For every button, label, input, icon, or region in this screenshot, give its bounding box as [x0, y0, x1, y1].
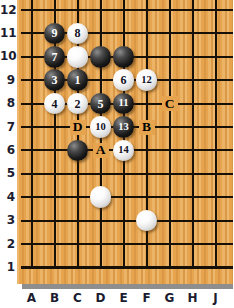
column-label-E: E	[115, 291, 133, 306]
move-number: 5	[98, 98, 104, 110]
grid-line-row-5	[21, 173, 234, 175]
grid-line-row-2	[21, 243, 234, 245]
column-label-A: A	[23, 291, 41, 306]
grid-line-row-12	[21, 9, 234, 11]
point-label-B[interactable]: B	[139, 120, 155, 135]
point-label-C[interactable]: C	[162, 96, 178, 111]
stone-black-3[interactable]: 3	[44, 69, 66, 91]
stone-black-D10[interactable]	[90, 46, 112, 68]
move-number: 10	[95, 122, 106, 133]
stone-black-E10[interactable]	[113, 46, 135, 68]
column-label-D: D	[92, 291, 110, 306]
stone-white-12[interactable]: 12	[136, 69, 158, 91]
column-label-J: J	[207, 291, 225, 306]
move-number: 2	[75, 98, 81, 110]
row-label-3: 3	[0, 213, 15, 228]
stone-white-D4[interactable]	[90, 186, 112, 208]
grid-line-col-J	[215, 0, 217, 269]
point-label-D[interactable]: D	[70, 120, 86, 135]
row-label-7: 7	[0, 120, 15, 135]
row-label-12: 12	[0, 3, 15, 18]
move-number: 13	[118, 122, 129, 133]
column-label-G: G	[161, 291, 179, 306]
row-label-6: 6	[0, 143, 15, 158]
column-label-C: C	[69, 291, 87, 306]
move-number: 11	[119, 98, 129, 109]
grid-line-row-4	[21, 196, 234, 198]
grid-line-col-G	[169, 0, 171, 269]
row-label-5: 5	[0, 166, 15, 181]
row-label-9: 9	[0, 73, 15, 88]
column-label-B: B	[46, 291, 64, 306]
grid-line-col-H	[192, 0, 194, 269]
grid-line-col-A	[31, 0, 33, 269]
grid-line-row-1-board-edge	[21, 266, 234, 269]
row-label-10: 10	[0, 49, 15, 64]
column-label-H: H	[184, 291, 202, 306]
stone-white-C10[interactable]	[67, 46, 89, 68]
move-number: 7	[52, 51, 58, 63]
stone-white-10[interactable]: 10	[90, 116, 112, 138]
stone-black-7[interactable]: 7	[44, 46, 66, 68]
row-label-11: 11	[0, 26, 15, 41]
row-label-2: 2	[0, 237, 15, 252]
stone-white-6[interactable]: 6	[113, 69, 135, 91]
row-label-8: 8	[0, 96, 15, 111]
go-diagram: 121110987654321 ABCDEFGHJ 12345678910111…	[0, 0, 233, 308]
move-number: 3	[52, 74, 58, 86]
grid-line-row-3	[21, 220, 234, 222]
move-number: 12	[141, 75, 152, 86]
move-number: 1	[75, 74, 81, 86]
move-number: 6	[121, 74, 127, 86]
stone-black-1[interactable]: 1	[67, 69, 89, 91]
point-label-A[interactable]: A	[93, 143, 109, 158]
move-number: 14	[118, 145, 129, 156]
move-number: 8	[75, 27, 81, 39]
board-shadow	[22, 284, 233, 289]
stone-black-13[interactable]: 13	[113, 116, 135, 138]
row-label-4: 4	[0, 190, 15, 205]
move-number: 4	[52, 98, 58, 110]
column-label-F: F	[138, 291, 156, 306]
row-label-1: 1	[0, 260, 15, 275]
move-number: 9	[52, 27, 58, 39]
